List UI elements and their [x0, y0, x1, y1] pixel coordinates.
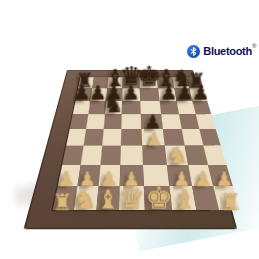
- square-f7: ♟: [158, 88, 176, 100]
- white-rook-h1: ♜: [219, 191, 239, 214]
- white-king-e1: ♚: [145, 183, 173, 214]
- square-b1: ♞: [72, 186, 97, 210]
- square-h7: ♟: [189, 88, 206, 100]
- square-f1: ♝: [169, 186, 195, 210]
- square-d7: ♟: [122, 88, 140, 100]
- square-e5: ♟: [141, 114, 163, 129]
- chess-board: ♜♝♛♚♝♞♜♟♟♟♟♟♟♟♞♟♟♞♟♟♟♟♟♟♟♜♞♝♛♚♝♜: [23, 70, 237, 229]
- square-c5: [103, 114, 121, 129]
- black-pawn-f7: ♟: [159, 83, 177, 103]
- square-a4: [66, 129, 85, 146]
- bluetooth-rune-icon: [189, 46, 198, 57]
- black-pawn-h7: ♟: [191, 83, 209, 103]
- square-b4: [82, 129, 103, 146]
- square-c1: ♝: [95, 186, 119, 210]
- square-d4: [121, 129, 142, 146]
- square-a2: ♟: [57, 165, 79, 186]
- bluetooth-icon: [187, 45, 200, 58]
- square-b5: [85, 114, 104, 129]
- square-f3: ♞: [165, 146, 187, 165]
- square-e7: [140, 88, 160, 100]
- square-c2: ♟: [98, 165, 120, 186]
- square-b3: [79, 146, 101, 165]
- square-d5: [121, 114, 141, 129]
- white-rook-a1: ♜: [51, 191, 71, 214]
- square-a5: [69, 114, 87, 129]
- black-pawn-g7: ♟: [175, 83, 193, 103]
- square-b2: ♟: [76, 165, 100, 186]
- square-h5: [195, 114, 214, 129]
- board-scene: ♜♝♛♚♝♞♜♟♟♟♟♟♟♟♞♟♟♞♟♟♟♟♟♟♟♜♞♝♛♚♝♜: [15, 70, 244, 220]
- white-queen-d1: ♛: [119, 184, 145, 213]
- square-c3: [100, 146, 121, 165]
- white-pawn-h2: ♟: [214, 169, 232, 189]
- white-pawn-e4: ♟: [146, 131, 162, 148]
- square-h3: [203, 146, 225, 165]
- bluetooth-label: Bluetooth®: [203, 46, 256, 57]
- black-pawn-a7: ♟: [73, 83, 91, 103]
- white-knight-f3: ♞: [167, 145, 187, 168]
- board-grid: ♜♝♛♚♝♞♜♟♟♟♟♟♟♟♞♟♟♞♟♟♟♟♟♟♟♜♞♝♛♚♝♜: [52, 77, 207, 210]
- white-knight-b1: ♞: [72, 188, 95, 214]
- square-g7: ♟: [174, 88, 192, 100]
- black-knight-c6: ♞: [103, 94, 123, 116]
- square-c4: [101, 129, 121, 146]
- white-bishop-c1: ♝: [95, 188, 118, 214]
- product-photo: ♜♝♛♚♝♞♜♟♟♟♟♟♟♟♞♟♟♞♟♟♟♟♟♟♟♜♞♝♛♚♝♜ Bluetoo…: [0, 0, 259, 259]
- square-d3: [120, 146, 143, 165]
- white-bishop-f1: ♝: [173, 188, 196, 214]
- square-e1: ♚: [144, 186, 172, 210]
- black-pawn-d7: ♟: [122, 83, 140, 103]
- square-f5: [161, 114, 181, 129]
- square-a3: [62, 146, 83, 165]
- square-e4: ♟: [141, 129, 164, 146]
- square-d1: ♛: [119, 186, 145, 210]
- registered-mark: ®: [252, 43, 256, 49]
- square-h4: [199, 129, 220, 146]
- square-c6: ♞: [104, 101, 122, 114]
- square-h1: ♜: [213, 186, 239, 210]
- white-pawn-g2: ♟: [194, 169, 212, 189]
- bluetooth-logo: Bluetooth®: [187, 45, 256, 58]
- square-e3: [142, 146, 167, 165]
- white-pawn-a2: ♟: [57, 169, 75, 189]
